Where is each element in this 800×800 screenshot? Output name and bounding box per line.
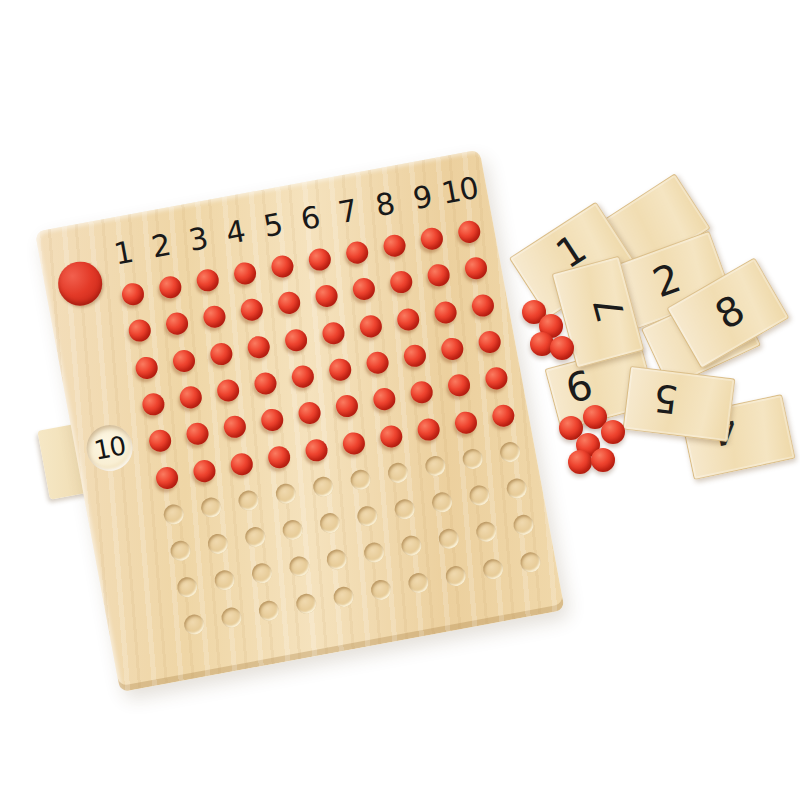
tile-digit: 8 <box>707 286 752 339</box>
tile-digit: 2 <box>647 254 687 306</box>
board-hole-r8c3 <box>244 525 267 548</box>
board-bead-r3c7[interactable] <box>358 313 384 339</box>
board-bead-r5c9[interactable] <box>446 373 472 399</box>
board-surface: 12345678910 10 <box>35 150 565 693</box>
board-bead-r2c8[interactable] <box>388 270 414 296</box>
scene: 12345678910 10 1 2 3 8 6 7 4 5 <box>0 0 800 800</box>
board-hole-r8c6 <box>356 505 379 528</box>
board-bead-r2c2[interactable] <box>164 311 190 337</box>
loose-bead-10[interactable] <box>591 448 615 472</box>
board-bead-r1c6[interactable] <box>307 247 333 273</box>
board-bead-r5c2[interactable] <box>185 421 211 447</box>
board-bead-r1c5[interactable] <box>270 254 296 280</box>
board-bead-r6c9[interactable] <box>453 409 479 435</box>
board-hole-r8c8 <box>430 491 453 514</box>
board-hole-r7c8 <box>424 454 447 477</box>
board-bead-r5c1[interactable] <box>147 428 173 454</box>
board-hole-r7c6 <box>349 468 372 491</box>
board-bead-r4c4[interactable] <box>253 371 279 397</box>
board-bead-r6c3[interactable] <box>229 451 255 477</box>
board-bead-r2c1[interactable] <box>127 318 153 344</box>
loose-bead-9[interactable] <box>568 450 592 474</box>
board-bead-r6c10[interactable] <box>490 402 516 428</box>
board-bead-r1c7[interactable] <box>344 240 370 266</box>
board-hole-r9c8 <box>437 527 460 550</box>
board-hole-r7c10 <box>498 440 521 463</box>
board-bead-r3c5[interactable] <box>283 327 309 353</box>
board-hole-r7c3 <box>237 489 260 512</box>
board-bead-r2c10[interactable] <box>463 256 489 282</box>
column-label-10: 10 <box>435 172 484 210</box>
board-hole-r10c2 <box>220 606 243 629</box>
board-bead-r3c6[interactable] <box>321 320 347 346</box>
board-hole-r10c7 <box>407 571 430 594</box>
board-hole-r9c2 <box>213 569 236 592</box>
board-bead-r5c5[interactable] <box>297 400 323 426</box>
red-marker-disc[interactable] <box>55 258 106 309</box>
board-hole-r10c10 <box>519 550 542 573</box>
board-hole-r9c6 <box>363 541 386 564</box>
board-bead-r1c10[interactable] <box>456 219 482 245</box>
board-hole-r8c7 <box>393 498 416 521</box>
board-bead-r6c6[interactable] <box>341 430 367 456</box>
board-hole-r7c2 <box>199 496 222 519</box>
board-bead-r4c1[interactable] <box>141 391 167 417</box>
board-bead-r1c3[interactable] <box>195 268 221 294</box>
board-bead-r3c4[interactable] <box>246 334 272 360</box>
board-bead-r2c9[interactable] <box>426 263 452 289</box>
board-hole-r8c2 <box>206 532 229 555</box>
board-hole-r9c7 <box>400 534 423 557</box>
board-hole-r8c1 <box>169 539 192 562</box>
board-bead-r5c10[interactable] <box>484 366 510 392</box>
board-bead-r4c6[interactable] <box>327 357 353 383</box>
board-bead-r3c10[interactable] <box>470 292 496 318</box>
board-hole-r7c9 <box>461 447 484 470</box>
board-bead-r6c4[interactable] <box>266 444 292 470</box>
board-hole-r10c3 <box>257 599 280 622</box>
board-bead-r4c8[interactable] <box>402 343 428 369</box>
board-bead-r1c1[interactable] <box>120 281 146 307</box>
board-hole-r7c4 <box>274 482 297 505</box>
board-bead-r4c2[interactable] <box>178 384 204 410</box>
loose-bead-7[interactable] <box>601 420 625 444</box>
board-bead-r4c7[interactable] <box>365 350 391 376</box>
board-bead-r4c9[interactable] <box>439 336 465 362</box>
board-bead-r5c3[interactable] <box>222 414 248 440</box>
board-hole-r9c1 <box>176 576 199 599</box>
board-bead-r4c5[interactable] <box>290 364 316 390</box>
board-hole-r8c4 <box>281 518 304 541</box>
board-hole-r9c10 <box>512 514 535 537</box>
board-hole-r7c5 <box>312 475 335 498</box>
board-bead-r3c3[interactable] <box>208 341 234 367</box>
board-hole-r10c9 <box>481 557 504 580</box>
board-hole-r9c9 <box>475 521 498 544</box>
tile-digit: 7 <box>585 292 634 327</box>
board-bead-r5c8[interactable] <box>409 380 435 406</box>
board-bead-r1c8[interactable] <box>382 233 408 259</box>
board-bead-r6c1[interactable] <box>154 465 180 491</box>
board-bead-r6c7[interactable] <box>378 423 404 449</box>
board-bead-r3c8[interactable] <box>395 306 421 332</box>
board-bead-r6c2[interactable] <box>192 458 218 484</box>
tile-digit: 5 <box>651 375 680 422</box>
board-bead-r5c6[interactable] <box>334 393 360 419</box>
column-labels: 12345678910 <box>35 150 479 232</box>
board-hole-r8c5 <box>318 512 341 535</box>
board-bead-r1c9[interactable] <box>419 226 445 252</box>
board-hole-r10c1 <box>182 613 205 636</box>
board-hole-r7c1 <box>162 503 185 526</box>
multiplier-window: 10 <box>83 421 137 475</box>
board-hole-r10c5 <box>332 585 355 608</box>
board-hole-r10c4 <box>295 592 318 615</box>
board-bead-r6c8[interactable] <box>416 416 442 442</box>
board-hole-r7c7 <box>386 461 409 484</box>
board-bead-r2c6[interactable] <box>314 283 340 309</box>
board-hole-r8c10 <box>505 477 528 500</box>
board-bead-r1c2[interactable] <box>158 274 184 300</box>
multiplier-value: 10 <box>92 430 128 465</box>
board-hole-r9c5 <box>325 548 348 571</box>
board-bead-r4c3[interactable] <box>215 378 241 404</box>
board-bead-r3c2[interactable] <box>171 348 197 374</box>
number-tile-5[interactable]: 5 <box>622 366 735 442</box>
board-bead-r3c9[interactable] <box>433 299 459 325</box>
board-bead-r4c10[interactable] <box>477 329 503 355</box>
board-hole-r10c8 <box>444 564 467 587</box>
board-bead-r2c3[interactable] <box>202 304 228 330</box>
board-bead-r5c7[interactable] <box>372 387 398 413</box>
board-hole-r9c3 <box>250 562 273 585</box>
board-hole-r10c6 <box>369 578 392 601</box>
board-hole-r8c9 <box>468 484 491 507</box>
board-hole-r9c4 <box>288 555 311 578</box>
board-bead-r6c5[interactable] <box>304 437 330 463</box>
board-bead-r2c7[interactable] <box>351 276 377 302</box>
board-bead-r1c4[interactable] <box>232 261 258 287</box>
board-bead-r5c4[interactable] <box>259 407 285 433</box>
multiplication-board: 12345678910 10 <box>35 150 565 693</box>
board-bead-r2c5[interactable] <box>276 290 302 316</box>
loose-bead-4[interactable] <box>550 336 574 360</box>
board-bead-r2c4[interactable] <box>239 297 265 323</box>
board-bead-r3c1[interactable] <box>134 355 160 381</box>
